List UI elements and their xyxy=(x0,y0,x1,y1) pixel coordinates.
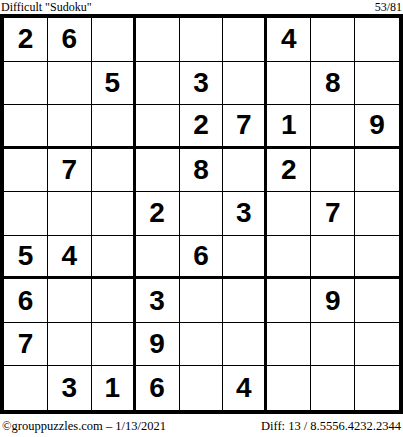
cell-r3c8[interactable] xyxy=(311,105,355,149)
cell-r8c8[interactable] xyxy=(311,323,355,367)
cell-r3c7[interactable]: 1 xyxy=(267,105,311,149)
cell-r5c3[interactable] xyxy=(92,192,136,236)
cell-r9c7[interactable] xyxy=(267,366,311,410)
puzzle-title: Difficult "Sudoku" xyxy=(1,1,92,14)
cell-r2c8[interactable]: 8 xyxy=(311,62,355,106)
cell-r7c9[interactable] xyxy=(355,279,399,323)
cell-r6c4[interactable] xyxy=(136,236,180,280)
header: Difficult "Sudoku" 53/81 xyxy=(0,0,403,14)
cell-r4c5[interactable]: 8 xyxy=(180,149,224,193)
cell-r4c8[interactable] xyxy=(311,149,355,193)
sudoku-page: Difficult "Sudoku" 53/81 264538271978223… xyxy=(0,0,403,437)
cell-r6c3[interactable] xyxy=(92,236,136,280)
cell-r3c2[interactable] xyxy=(48,105,92,149)
cell-r2c2[interactable] xyxy=(48,62,92,106)
cell-r6c8[interactable] xyxy=(311,236,355,280)
cell-r4c7[interactable]: 2 xyxy=(267,149,311,193)
cell-r7c7[interactable] xyxy=(267,279,311,323)
cell-r8c1[interactable]: 7 xyxy=(4,323,48,367)
cell-r8c5[interactable] xyxy=(180,323,224,367)
cell-r4c1[interactable] xyxy=(4,149,48,193)
cell-r3c9[interactable]: 9 xyxy=(355,105,399,149)
cell-r9c3[interactable]: 1 xyxy=(92,366,136,410)
cell-r8c6[interactable] xyxy=(223,323,267,367)
cell-r3c3[interactable] xyxy=(92,105,136,149)
cell-r1c1[interactable]: 2 xyxy=(4,18,48,62)
cell-r4c3[interactable] xyxy=(92,149,136,193)
cell-r2c3[interactable]: 5 xyxy=(92,62,136,106)
cell-r9c6[interactable]: 4 xyxy=(223,366,267,410)
cell-r7c1[interactable]: 6 xyxy=(4,279,48,323)
cell-r6c5[interactable]: 6 xyxy=(180,236,224,280)
cell-r3c6[interactable]: 7 xyxy=(223,105,267,149)
cell-r9c1[interactable] xyxy=(4,366,48,410)
cell-r1c7[interactable]: 4 xyxy=(267,18,311,62)
cell-r6c6[interactable] xyxy=(223,236,267,280)
cell-r5c9[interactable] xyxy=(355,192,399,236)
cell-r5c1[interactable] xyxy=(4,192,48,236)
cell-r9c4[interactable]: 6 xyxy=(136,366,180,410)
cell-r5c8[interactable]: 7 xyxy=(311,192,355,236)
cell-r2c7[interactable] xyxy=(267,62,311,106)
cell-r5c5[interactable] xyxy=(180,192,224,236)
difficulty-text: Diff: 13 / 8.5556.4232.2344 xyxy=(261,419,401,433)
cell-r6c1[interactable]: 5 xyxy=(4,236,48,280)
empty-cell-counter: 53/81 xyxy=(375,1,402,14)
cell-r9c2[interactable]: 3 xyxy=(48,366,92,410)
cell-r8c9[interactable] xyxy=(355,323,399,367)
cell-r2c1[interactable] xyxy=(4,62,48,106)
cell-r5c7[interactable] xyxy=(267,192,311,236)
cell-r3c1[interactable] xyxy=(4,105,48,149)
cell-r3c4[interactable] xyxy=(136,105,180,149)
cell-r4c6[interactable] xyxy=(223,149,267,193)
cell-r1c8[interactable] xyxy=(311,18,355,62)
cell-r9c8[interactable] xyxy=(311,366,355,410)
sudoku-grid: 2645382719782237546639793164 xyxy=(0,14,403,414)
cell-r2c4[interactable] xyxy=(136,62,180,106)
cell-r1c6[interactable] xyxy=(223,18,267,62)
cell-r6c7[interactable] xyxy=(267,236,311,280)
cell-r1c2[interactable]: 6 xyxy=(48,18,92,62)
cell-r8c4[interactable]: 9 xyxy=(136,323,180,367)
cell-r8c2[interactable] xyxy=(48,323,92,367)
cell-r1c3[interactable] xyxy=(92,18,136,62)
cell-r4c9[interactable] xyxy=(355,149,399,193)
cell-r2c5[interactable]: 3 xyxy=(180,62,224,106)
cell-r5c6[interactable]: 3 xyxy=(223,192,267,236)
cell-r7c8[interactable]: 9 xyxy=(311,279,355,323)
footer: ©grouppuzzles.com – 1/13/2021 Diff: 13 /… xyxy=(0,414,403,433)
cell-r1c5[interactable] xyxy=(180,18,224,62)
copyright-text: ©grouppuzzles.com – 1/13/2021 xyxy=(2,419,166,433)
cell-r9c5[interactable] xyxy=(180,366,224,410)
cell-r7c3[interactable] xyxy=(92,279,136,323)
cell-r6c2[interactable]: 4 xyxy=(48,236,92,280)
cell-r7c2[interactable] xyxy=(48,279,92,323)
cell-r2c9[interactable] xyxy=(355,62,399,106)
cell-r2c6[interactable] xyxy=(223,62,267,106)
cell-r9c9[interactable] xyxy=(355,366,399,410)
cell-r1c4[interactable] xyxy=(136,18,180,62)
cell-r4c2[interactable]: 7 xyxy=(48,149,92,193)
cell-r1c9[interactable] xyxy=(355,18,399,62)
cell-r7c6[interactable] xyxy=(223,279,267,323)
cell-r4c4[interactable] xyxy=(136,149,180,193)
cell-r7c5[interactable] xyxy=(180,279,224,323)
cell-r8c7[interactable] xyxy=(267,323,311,367)
cell-r5c4[interactable]: 2 xyxy=(136,192,180,236)
cell-r5c2[interactable] xyxy=(48,192,92,236)
cell-r8c3[interactable] xyxy=(92,323,136,367)
cell-r3c5[interactable]: 2 xyxy=(180,105,224,149)
cell-r6c9[interactable] xyxy=(355,236,399,280)
cell-r7c4[interactable]: 3 xyxy=(136,279,180,323)
